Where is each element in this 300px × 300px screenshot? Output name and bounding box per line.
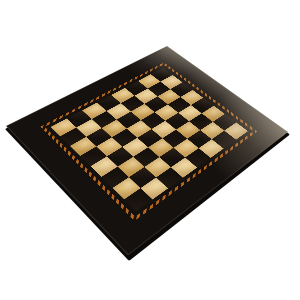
- chessboard: [6, 46, 288, 255]
- product-photo: [0, 0, 300, 300]
